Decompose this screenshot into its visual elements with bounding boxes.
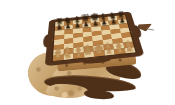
board-square-c4 — [73, 37, 83, 43]
board-perspective-wrapper: ♜♞♝♛♚♝♞♜♟♟♟♟♟♟♟♟♟♟♟♟♟♟♟♟♜♞♝♛♚♝♞♜ — [0, 0, 175, 105]
board-square-e5 — [92, 30, 102, 36]
board-square-c5 — [73, 32, 83, 38]
board-square-a6 — [55, 30, 64, 35]
board-square-d1: ♛ — [83, 51, 94, 58]
board-square-c1: ♝ — [73, 52, 83, 59]
board-grid: ♜♞♝♛♚♝♞♜♟♟♟♟♟♟♟♟♟♟♟♟♟♟♟♟♜♞♝♛♚♝♞♜ — [53, 15, 136, 61]
board-square-b1: ♞ — [63, 53, 73, 60]
board-square-h1: ♜ — [124, 47, 136, 54]
board-square-a1: ♜ — [53, 54, 63, 61]
board-square-d5 — [82, 31, 92, 37]
chess-board: ♜♞♝♛♚♝♞♜♟♟♟♟♟♟♟♟♟♟♟♟♟♟♟♟♜♞♝♛♚♝♞♜ — [45, 11, 145, 66]
chess-set-product-photo[interactable]: ♜♞♝♛♚♝♞♜♟♟♟♟♟♟♟♟♟♟♟♟♟♟♟♟♜♞♝♛♚♝♞♜ — [0, 0, 175, 105]
frame-carved-bump-right — [130, 25, 143, 39]
frame-carved-bump-left — [42, 34, 52, 48]
